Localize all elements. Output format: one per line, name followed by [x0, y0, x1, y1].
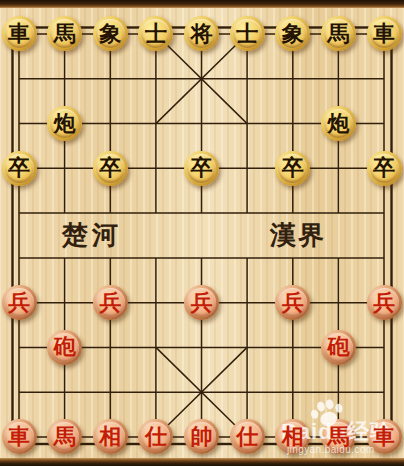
piece-black-士[interactable]: 士: [224, 12, 270, 57]
piece-black-象[interactable]: 象: [87, 12, 133, 57]
piece-red-帥[interactable]: 帥: [179, 414, 225, 459]
piece-black-士[interactable]: 士: [133, 12, 179, 57]
piece-red-仕[interactable]: 仕: [224, 414, 270, 459]
piece-black-卒[interactable]: 卒: [361, 146, 404, 191]
piece-black-炮[interactable]: 炮: [42, 101, 88, 146]
pieces-layer: 車馬象士将士象馬車炮炮卒卒卒卒卒兵兵兵兵兵砲砲車馬相仕帥仕相馬車: [0, 12, 404, 460]
piece-black-車[interactable]: 車: [361, 12, 404, 57]
piece-red-相[interactable]: 相: [87, 414, 133, 459]
xiangqi-board: 楚河 漢界 車馬象士将士象馬車炮炮卒卒卒卒卒兵兵兵兵兵砲砲車馬相仕帥仕相馬車 B…: [0, 0, 404, 466]
piece-black-馬[interactable]: 馬: [42, 12, 88, 57]
piece-red-砲[interactable]: 砲: [316, 325, 362, 370]
piece-red-兵[interactable]: 兵: [179, 280, 225, 325]
piece-red-仕[interactable]: 仕: [133, 414, 179, 459]
piece-black-将[interactable]: 将: [179, 12, 225, 57]
piece-black-卒[interactable]: 卒: [87, 146, 133, 191]
board-top-edge: [0, 0, 404, 8]
piece-black-馬[interactable]: 馬: [316, 12, 362, 57]
piece-red-砲[interactable]: 砲: [42, 325, 88, 370]
piece-black-卒[interactable]: 卒: [0, 146, 42, 191]
piece-red-兵[interactable]: 兵: [270, 280, 316, 325]
piece-black-炮[interactable]: 炮: [316, 101, 362, 146]
piece-black-卒[interactable]: 卒: [179, 146, 225, 191]
piece-red-兵[interactable]: 兵: [361, 280, 404, 325]
piece-black-卒[interactable]: 卒: [270, 146, 316, 191]
piece-red-兵[interactable]: 兵: [87, 280, 133, 325]
piece-black-車[interactable]: 車: [0, 12, 42, 57]
piece-red-車[interactable]: 車: [0, 414, 42, 459]
piece-red-馬[interactable]: 馬: [42, 414, 88, 459]
piece-red-兵[interactable]: 兵: [0, 280, 42, 325]
piece-black-象[interactable]: 象: [270, 12, 316, 57]
